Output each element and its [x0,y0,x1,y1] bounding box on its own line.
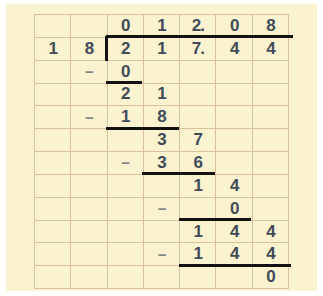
digit-cell-r6c4: 3 [144,129,180,152]
long-division-grid: 012.0818217.44−021−1837−3614−0144−1440 [34,14,289,289]
grid-cell-empty [35,129,71,152]
grid-cell-empty [35,198,71,221]
long-division-worksheet: 012.0818217.44−021−1837−3614−0144−1440 [0,0,323,296]
digit-cell-r12c7: 0 [253,266,289,289]
digit-cell-r11c6: 4 [216,243,252,266]
grid-cell-empty [253,152,289,175]
grid-cell-empty [108,198,144,221]
grid-cell-empty [71,129,107,152]
grid-cell-empty [253,175,289,198]
minus-sign-r7c3: − [108,152,144,175]
grid-cell-empty [253,61,289,84]
grid-cell-empty [108,175,144,198]
grid-cell-empty [253,84,289,107]
digit-cell-r8c5: 1 [180,175,216,198]
grid-cell-empty [180,84,216,107]
grid-cell-empty [144,221,180,244]
grid-cell-empty [216,84,252,107]
grid-cell-empty [216,266,252,289]
grid-cell-empty [35,84,71,107]
minus-sign-r9c4: − [144,198,180,221]
grid-cell-empty [35,106,71,129]
grid-cell-empty [35,175,71,198]
grid-cell-empty [216,106,252,129]
digit-cell-r2c6: 4 [216,38,252,61]
grid-cell-empty [216,152,252,175]
division-bar [106,35,293,38]
digit-cell-r2c5: 7. [180,38,216,61]
underline-step-5 [179,264,291,267]
grid-cell-empty [71,84,107,107]
digit-cell-r6c5: 7 [180,129,216,152]
grid-cell-empty [71,221,107,244]
grid-cell-empty [35,61,71,84]
digit-cell-r11c5: 1 [180,243,216,266]
grid-cell-empty [144,61,180,84]
grid-cell-empty [253,129,289,152]
digit-cell-r2c3: 2 [108,38,144,61]
grid-cell-empty [216,129,252,152]
grid-cell-empty [71,152,107,175]
digit-cell-r8c6: 4 [216,175,252,198]
grid-cell-empty [108,129,144,152]
digit-cell-r10c6: 4 [216,221,252,244]
grid-cell-empty [71,15,107,38]
digit-cell-r4c3: 2 [108,84,144,107]
grid-cell-empty [35,221,71,244]
grid-cell-empty [144,266,180,289]
grid-cell-empty [108,243,144,266]
underline-step-2 [106,127,179,130]
digit-cell-r4c4: 1 [144,84,180,107]
grid-cell-empty [35,152,71,175]
grid-cell-empty [35,243,71,266]
grid-cell-empty [180,266,216,289]
grid-cell-empty [71,198,107,221]
grid-cell-empty [71,175,107,198]
grid-cell-empty [35,266,71,289]
underline-step-1 [106,81,142,84]
digit-cell-r11c7: 4 [253,243,289,266]
minus-sign-r11c4: − [144,243,180,266]
grid-cell-empty [108,266,144,289]
grid-cell-empty [71,266,107,289]
underline-step-3 [142,172,215,175]
grid-cell-empty [71,243,107,266]
minus-sign-r5c2: − [71,106,107,129]
worksheet-panel: 012.0818217.44−021−1837−3614−0144−1440 [6,4,317,291]
grid-cell-empty [144,175,180,198]
digit-cell-r2c1: 1 [35,38,71,61]
digit-cell-r10c5: 1 [180,221,216,244]
division-bracket [105,36,108,61]
grid-cell-empty [253,106,289,129]
digit-cell-r2c4: 1 [144,38,180,61]
grid-cell-empty [108,221,144,244]
grid-cell-empty [253,198,289,221]
digit-cell-r10c7: 4 [253,221,289,244]
grid-cell-empty [216,61,252,84]
underline-step-4 [179,218,252,221]
grid-cell-empty [35,15,71,38]
digit-cell-r2c7: 4 [253,38,289,61]
grid-cell-empty [180,61,216,84]
grid-cell-empty [180,106,216,129]
minus-sign-r3c2: − [71,61,107,84]
digit-cell-r2c2: 8 [71,38,107,61]
